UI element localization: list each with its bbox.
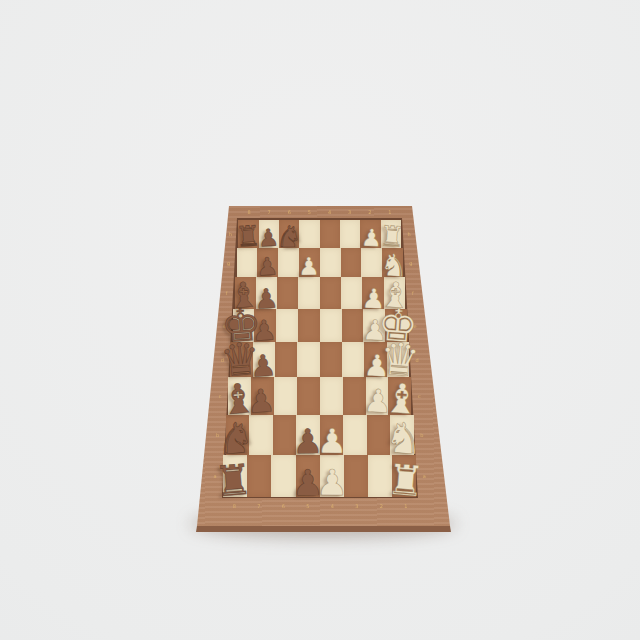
chessboard-render-scene: 8877665544332211hhggffeeddccbbaa ♜♞♝♛♚♝♞… <box>0 0 640 640</box>
playing-area-frame <box>0 0 640 640</box>
